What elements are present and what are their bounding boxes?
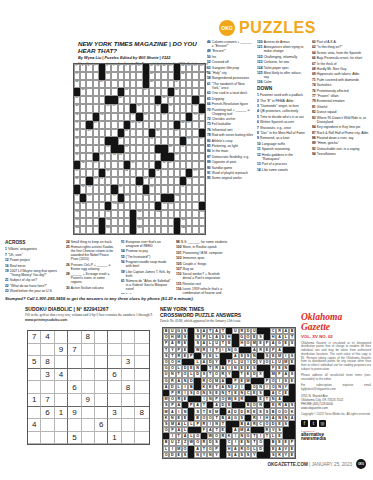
clue-number: 81: [107, 170, 110, 173]
crossword-cell[interactable]: 64: [199, 137, 205, 145]
clue: 126Calm: [257, 80, 307, 84]
sudoku-empty-cell[interactable]: [122, 344, 135, 357]
clue-number: 47: [194, 114, 197, 117]
clue-number: 15: [181, 65, 184, 68]
clue: 84Key ingredient in Key lime pie: [312, 125, 371, 129]
clue: 123Corleone, for one: [257, 60, 307, 64]
clue: 122Challenging, informally: [257, 55, 307, 59]
crossword-cell[interactable]: 48: [199, 113, 205, 121]
crossword-black-cell: [199, 202, 205, 210]
sudoku-empty-cell[interactable]: [122, 407, 135, 420]
sudoku-given-cell: 6: [95, 419, 108, 432]
answers-title-line2: CROSSWORD PUZZLE ANSWERS: [160, 312, 300, 318]
clue-number: 111: [138, 211, 142, 214]
clue: 56Fragrant noodle soup made with beef: [121, 260, 171, 268]
sudoku-empty-cell[interactable]: [122, 331, 135, 344]
sudoku-given-cell: 5: [68, 432, 81, 445]
clue: 28______ + Scrooge insult = Parent's sis…: [66, 272, 116, 284]
clue: 23Word before the year on U.S. paper cur…: [5, 289, 60, 294]
clue-number: 48: [200, 114, 203, 117]
clue-number: 116: [138, 219, 142, 222]
sudoku-grid[interactable]: 7489758334668179619384651: [27, 330, 150, 445]
clue-column-right-1: 46Column crossers + ______ = "Encore!"49…: [207, 40, 253, 234]
crossword-cell[interactable]: [199, 161, 205, 169]
clue-number: 76: [94, 162, 97, 165]
gazette-circulation-note: Oklahoma Gazette is circulated at its de…: [301, 342, 371, 372]
clue-number: 6: [113, 65, 114, 68]
clue: 69Hippocratic oath takers: Abbr.: [312, 72, 371, 76]
clue-number: 69: [181, 146, 184, 149]
sudoku-empty-cell[interactable]: [82, 344, 95, 357]
sudoku-empty-cell[interactable]: [55, 331, 68, 344]
clue: 98N.S. ______, for some students: [176, 240, 228, 244]
clue-number: 80: [75, 170, 78, 173]
clue-number: 20: [107, 73, 110, 76]
clue-column-across-3: 51European river that's an anagram of RE…: [121, 240, 171, 294]
sudoku-empty-cell[interactable]: [55, 419, 68, 432]
clue-number: 77: [132, 162, 135, 165]
clue-column-right-3-down: 60Part of A.K.A.62"Is this thing on?"64S…: [312, 40, 371, 294]
clue-number: 68: [169, 146, 172, 149]
clue-number: 113: [200, 211, 204, 214]
clue-number: 21: [150, 73, 153, 76]
sudoku-empty-cell[interactable]: [68, 331, 81, 344]
sudoku-empty-cell[interactable]: [135, 344, 148, 357]
clue-number: 63: [188, 138, 191, 141]
clue-number: 34: [169, 97, 172, 100]
clue: 2The "E" in FEMA: Abbr.: [257, 99, 307, 103]
clue-number: 30: [175, 89, 178, 92]
sudoku-empty-cell[interactable]: [135, 331, 148, 344]
clue: 53Gangster-film prop: [207, 66, 253, 70]
clue: 16Real mess: [5, 264, 60, 268]
clue-number: 40: [169, 105, 172, 108]
sudoku-empty-cell[interactable]: [95, 356, 108, 369]
sudoku-empty-cell[interactable]: [41, 419, 54, 432]
clue-number: 14: [169, 65, 172, 68]
clue-number: 45: [144, 114, 147, 117]
sudoku-given-cell: 8: [135, 407, 148, 420]
clue: 116Iconic 1959 vehicle that's a combinat…: [176, 287, 228, 294]
crossword-cell[interactable]: [199, 226, 205, 234]
sudoku-given-cell: 3: [108, 407, 121, 420]
sudoku-given-cell: 3: [41, 369, 54, 382]
clue: 7"Uh, sure": [5, 253, 60, 257]
crossword-byline: By Wyna Liu | Puzzles Edited by Will Sho…: [78, 55, 208, 60]
clue-number: 50: [94, 122, 97, 125]
sudoku-empty-cell[interactable]: [41, 381, 54, 394]
sudoku-given-cell: 1: [28, 394, 41, 407]
crossword-cell[interactable]: 113: [199, 210, 205, 218]
page-footer: OKGAZETTE.COM | JANUARY 25, 2023: [0, 462, 352, 467]
sudoku-empty-cell[interactable]: [95, 369, 108, 382]
clue: 95Some original works: [207, 176, 253, 180]
sudoku-given-cell: 9: [68, 407, 81, 420]
clue: 7Shoutouts, e.g., once: [257, 126, 307, 130]
clue-column-across-4: 98N.S. ______, for some students100Move,…: [176, 240, 228, 294]
clue: 89"Hmm, gotcha": [312, 141, 371, 145]
clue: 61"The sandwich of New York," once: [207, 82, 253, 90]
clue-number: 88: [144, 178, 147, 181]
clue-number: 79: [169, 162, 172, 165]
clue: 25Human-rights activist Xiaobo, the firs…: [66, 245, 116, 261]
sudoku-empty-cell[interactable]: [82, 432, 95, 445]
page-title: PUZZLES: [239, 19, 316, 37]
clue-number: 8: [125, 65, 126, 68]
clue-number: 94: [138, 186, 141, 189]
sudoku-empty-cell[interactable]: [68, 356, 81, 369]
clue: 78Rod with seven batting titles: [207, 133, 253, 137]
clue-number: 19: [75, 73, 78, 76]
clue: 56"Holy" city: [207, 71, 253, 75]
crossword-cell[interactable]: [199, 218, 205, 226]
clue-number: 118: [75, 227, 79, 230]
crossword-cell[interactable]: [199, 185, 205, 193]
answers-header: NEW YORK TIMES CROSSWORD PUZZLE ANSWERS …: [160, 306, 300, 323]
sudoku-instructions: Fill in the grid so that every row, colu…: [25, 313, 165, 322]
clue: 62"Is this thing on?": [312, 45, 371, 49]
sudoku-given-cell: 7: [68, 344, 81, 357]
clue-number: 18: [200, 65, 203, 68]
clue-number: 95: [150, 186, 153, 189]
sudoku-empty-cell[interactable]: [95, 381, 108, 394]
crossword-cell[interactable]: 18: [199, 64, 205, 72]
clue: 101Pioneering I.B.M. computer: [176, 251, 228, 255]
clue-number: 109: [75, 211, 79, 214]
sudoku-empty-cell[interactable]: [28, 381, 41, 394]
clue: 74Varnishes: [312, 83, 371, 87]
sudoku-given-cell: 3: [122, 356, 135, 369]
clue-number: 106: [119, 203, 123, 206]
clue: 80Athlete's coup: [207, 139, 253, 143]
okg-logo-icon: OKG: [219, 20, 235, 36]
clue: 22"What do we have here?": [5, 284, 60, 288]
clue: 55("I'm frustrated!"): [121, 255, 171, 259]
clue-number: 105: [113, 203, 117, 206]
crossword-cell[interactable]: [199, 88, 205, 96]
sudoku-empty-cell[interactable]: [108, 394, 121, 407]
clue: 6Written Spanish accent: [257, 120, 307, 124]
sudoku-empty-cell[interactable]: [95, 432, 108, 445]
clue-number: 108: [169, 203, 173, 206]
clue-number: 107: [163, 203, 167, 206]
clue-number: 72: [113, 154, 116, 157]
sudoku-empty-cell[interactable]: [122, 394, 135, 407]
sudoku-header: SUDOKU DIABOLIC | N° 822941267 Fill in t…: [25, 306, 165, 322]
clue-number: 99: [113, 195, 116, 198]
clue: 76Influential sort: [207, 128, 253, 132]
clue: 105Couple o' things: [176, 262, 228, 266]
sudoku-empty-cell[interactable]: [28, 407, 41, 420]
clue-number: 38: [138, 105, 141, 108]
sudoku-given-cell: 7: [28, 331, 41, 344]
clue-number: 51: [132, 122, 135, 125]
clue-number: 54: [188, 122, 191, 125]
clue-number: 102: [175, 195, 179, 198]
clue: 12Power project: [5, 258, 60, 262]
clue: 54Promise to pay: [121, 249, 171, 253]
crossword-cell[interactable]: [199, 72, 205, 80]
sudoku-empty-cell[interactable]: [122, 419, 135, 432]
clue: 66Baja Peninsula resort, for short: [312, 56, 371, 60]
sudoku-empty-cell[interactable]: [108, 381, 121, 394]
sudoku-empty-cell[interactable]: [68, 419, 81, 432]
sudoku-rules-text: Fill in the grid so that every row, colu…: [25, 313, 153, 317]
sudoku-empty-cell[interactable]: [82, 369, 95, 382]
sudoku-given-cell: 4: [41, 331, 54, 344]
clue: 110Social worker? + Scottish denial = Po…: [176, 272, 228, 280]
sudoku-empty-cell[interactable]: [82, 381, 95, 394]
sudoku-empty-cell[interactable]: [28, 432, 41, 445]
clue-number: 121: [181, 227, 185, 230]
sudoku-empty-cell[interactable]: [68, 369, 81, 382]
clue-number: 9: [132, 65, 133, 68]
clue: 11Spanish seasoning: [257, 147, 307, 151]
sudoku-given-cell: 4: [28, 419, 41, 432]
clue-number: 29: [144, 89, 147, 92]
clue-number: 61: [119, 138, 122, 141]
clue-number: 42: [75, 114, 78, 117]
clue: 1Villains' antagonists: [5, 247, 60, 251]
clue-number: 39: [156, 105, 159, 108]
clue: 94Tessellations: [312, 152, 371, 156]
clue-number: 28: [125, 89, 128, 92]
clue-number: 24: [100, 81, 103, 84]
clue: 3"Diamonds" singer, to fans: [257, 104, 307, 108]
sudoku-empty-cell[interactable]: [108, 344, 121, 357]
clue: 24Small thing to keep on track: [66, 240, 116, 244]
clue-number: 11: [150, 65, 152, 68]
instagram-icon: ◎: [319, 420, 326, 427]
clue-number: 114: [75, 219, 79, 222]
clue-number: 12: [156, 65, 159, 68]
clue-number: 25: [150, 81, 153, 84]
sudoku-empty-cell[interactable]: [55, 432, 68, 445]
clue: 71Palm covered with diamonds: [312, 78, 371, 82]
clue-number: 53: [181, 122, 184, 125]
crossword-cell[interactable]: [199, 169, 205, 177]
sudoku-empty-cell[interactable]: [95, 407, 108, 420]
clue-number: 17: [194, 65, 197, 68]
sudoku-given-cell: 7: [41, 394, 54, 407]
clue: 120Actress de Armas: [257, 40, 307, 44]
clue-number: 37: [113, 105, 116, 108]
clue-number: 91: [82, 186, 85, 189]
clue-number: 96: [181, 186, 184, 189]
clue-number: 23: [75, 81, 78, 84]
crossword-cell[interactable]: [199, 80, 205, 88]
gazette-info-column: Oklahoma Gazette VOL. XV NO. 02 Oklahoma…: [301, 313, 371, 442]
sudoku-empty-cell[interactable]: [82, 356, 95, 369]
clue-number: 31: [75, 97, 78, 100]
sudoku-given-cell: 4: [55, 369, 68, 382]
sudoku-empty-cell[interactable]: [95, 331, 108, 344]
sudoku-empty-cell[interactable]: [135, 419, 148, 432]
clue-number: 4: [94, 65, 95, 68]
clue: 8"Doc" in the Mets Hall of Fame: [257, 131, 307, 135]
clue-column-across-1: ACROSS1Villains' antagonists7"Uh, sure"1…: [5, 239, 60, 294]
clue: 49"Encore!": [207, 49, 253, 53]
clue-number: 55: [75, 130, 78, 133]
clue: 4QB protectors, collectively: [257, 109, 307, 113]
clue-number: 112: [156, 211, 160, 214]
clue-number: 41: [194, 105, 197, 108]
sudoku-empty-cell[interactable]: [108, 331, 121, 344]
sudoku-title: SUDOKU DIABOLIC | N° 822941267: [25, 306, 165, 312]
answers-subtitle: Puzzle No. 0108, which appeared in the J…: [160, 319, 300, 323]
clue: 77"Frozen" villain: [312, 94, 371, 98]
clue: 59Like Captain James T. Kirk, by birth: [121, 270, 171, 278]
crossword-cell[interactable]: [199, 96, 205, 104]
sudoku-empty-cell[interactable]: [95, 394, 108, 407]
sudoku-empty-cell[interactable]: [135, 394, 148, 407]
crossword-black-cell: [199, 104, 205, 112]
clue-column-right-2-down: 120Actress de Armas121Annoyances when tr…: [257, 40, 307, 294]
clue-number: 78: [163, 162, 166, 165]
sudoku-given-cell: 9: [55, 344, 68, 357]
clue: 5Time to decide who's in or out: [257, 115, 307, 119]
clue-number: 115: [107, 219, 111, 222]
sudoku-given-cell: 5: [28, 356, 41, 369]
clue: 52Crossed off: [207, 60, 253, 64]
clue: 63One card in a tarot deck: [207, 91, 253, 95]
facebook-icon: f: [301, 420, 308, 427]
clue-number: 60: [75, 138, 78, 141]
clue-number: 1: [75, 65, 76, 68]
clue-number: 71: [100, 154, 103, 157]
clue-number: 85: [75, 178, 78, 181]
sudoku-given-cell: 1: [108, 432, 121, 445]
clue-number: 101: [144, 195, 148, 198]
clue: 70Punching tool + ______ = Chopping tool: [207, 108, 253, 116]
clue: 51European river that's an anagram of RE…: [121, 240, 171, 248]
clue-number: 66: [107, 146, 110, 149]
sudoku-empty-cell[interactable]: [41, 344, 54, 357]
clue-number: 119: [107, 227, 111, 230]
sudoku-empty-cell[interactable]: [28, 344, 41, 357]
sudoku-given-cell: 6: [108, 369, 121, 382]
clue-number: 93: [119, 186, 122, 189]
sudoku-empty-cell[interactable]: [135, 369, 148, 382]
clue-number: 89: [150, 178, 153, 181]
sudoku-empty-cell[interactable]: [68, 394, 81, 407]
clue-number: 16: [188, 65, 191, 68]
clue: 13Part of a process: [257, 162, 307, 166]
clue-number: 110: [107, 211, 111, 214]
crossword-cell[interactable]: [199, 177, 205, 185]
sudoku-empty-cell[interactable]: [108, 419, 121, 432]
crossword-grid[interactable]: 1234567891011121314151617181920212223242…: [73, 63, 206, 235]
sudoku-empty-cell[interactable]: [135, 356, 148, 369]
clue-number: 56: [88, 130, 91, 133]
sudoku-empty-cell[interactable]: [108, 356, 121, 369]
clue-number: 87: [100, 178, 103, 181]
clue-number: 64: [200, 138, 203, 141]
sudoku-empty-cell[interactable]: [122, 432, 135, 445]
clue-number: 2: [82, 65, 83, 68]
clue: 83Where 95-Down's Wild Ride is, at Disne…: [312, 116, 371, 124]
clue: 88Floated down a river, say: [312, 136, 371, 140]
clue: 87Rock & Roll Hall of Fame city: Abbr.: [312, 131, 371, 135]
clue: 115Resistor unit: [176, 282, 228, 286]
clue-number: 35: [75, 105, 78, 108]
sudoku-empty-cell[interactable]: [135, 381, 148, 394]
sudoku-empty-cell[interactable]: [28, 369, 41, 382]
clue-number: 27: [82, 89, 85, 92]
clue-number: 59: [175, 130, 178, 133]
sudoku-given-cell: 8: [82, 331, 95, 344]
clue: 85Flattering, as light: [207, 144, 253, 148]
sudoku-empty-cell[interactable]: [135, 432, 148, 445]
clue: 60Part of A.K.A.: [312, 40, 371, 44]
clue: 9Removed, as a knot: [257, 136, 307, 140]
gazette-volume: VOL. XV NO. 02: [301, 334, 371, 339]
gazette-logo: Oklahoma Gazette: [301, 313, 371, 332]
clue: 89Opposite of post-: [207, 160, 253, 164]
gazette-copyright: Copyright © 2023 Tierra Media Inc. All r…: [301, 413, 371, 417]
sudoku-empty-cell[interactable]: [55, 356, 68, 369]
sudoku-given-cell: 8: [41, 356, 54, 369]
crossword-cell[interactable]: [199, 194, 205, 202]
clue-number: 120: [138, 227, 142, 230]
clue: 100Move, in Realtor-speak: [176, 245, 228, 249]
gazette-subscription-note: For subscription inquiries email kgilpat…: [301, 384, 371, 392]
sudoku-empty-cell[interactable]: [55, 394, 68, 407]
gazette-news-items-note: Please address all unsolicited news item…: [301, 374, 371, 382]
clue-number: 84: [194, 170, 197, 173]
sudoku-empty-cell[interactable]: [55, 381, 68, 394]
clue-number: 65: [75, 146, 78, 149]
crossword-cell[interactable]: [199, 153, 205, 161]
clue: 68Hardly Mr. Nice Guy: [312, 67, 371, 71]
clue: 61Número de "Años de Soledad" in a Gabri…: [121, 279, 171, 291]
clue-number: 67: [125, 146, 128, 149]
clue: 30Active Sicilian volcano: [66, 286, 116, 290]
sudoku-empty-cell[interactable]: [82, 419, 95, 432]
sudoku-given-cell: 6: [68, 381, 81, 394]
clue: 107Rug rat: [176, 267, 228, 271]
clue-number: 62: [150, 138, 153, 141]
clue: 1Fastener used with a padlock: [257, 93, 307, 97]
clue: 124Toilet-paper spec: [257, 66, 307, 70]
clue: 73Foil lookalike: [207, 122, 253, 126]
clue-column-across-2: 24Small thing to keep on track25Human-ri…: [66, 240, 116, 294]
clue-number: 52: [138, 122, 141, 125]
clue: 103Immense span: [176, 256, 228, 260]
clue: 72Cherubic archer: [207, 117, 253, 121]
sudoku-empty-cell[interactable]: [95, 344, 108, 357]
crossword-cell[interactable]: [199, 145, 205, 153]
sudoku-empty-cell[interactable]: [41, 432, 54, 445]
sudoku-given-cell: 1: [55, 407, 68, 420]
clue-number: 83: [156, 170, 159, 173]
sudoku-empty-cell[interactable]: [122, 369, 135, 382]
clue-number: 36: [107, 105, 110, 108]
crossword-cell[interactable]: [199, 121, 205, 129]
clue-number: 49: [75, 122, 78, 125]
clue: 50Ins: [207, 55, 253, 59]
clue: 79Existential emotion: [312, 99, 371, 103]
clue-number: 46: [163, 114, 166, 117]
clue: 86In the main: [207, 149, 253, 153]
clue-list-heading: ACROSS: [5, 240, 60, 246]
clue-list-heading: DOWN: [257, 86, 307, 92]
sudoku-empty-cell[interactable]: [82, 407, 95, 420]
crossword-black-cell: [199, 129, 205, 137]
clue-number: 117: [181, 219, 185, 222]
sudoku-given-cell: 8: [122, 381, 135, 394]
clue-number: 97: [75, 195, 78, 198]
